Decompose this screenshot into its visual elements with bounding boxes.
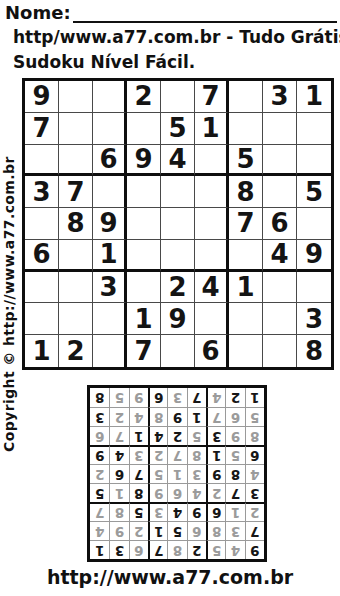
solution-cell-r1c6: 7 [148, 540, 167, 559]
solution-cell-r3c3: 6 [206, 502, 225, 521]
cell-r2c1[interactable]: 7 [25, 113, 59, 145]
cell-r4c5[interactable] [161, 176, 195, 208]
cell-r1c5[interactable] [161, 81, 195, 113]
cell-r9c2[interactable]: 2 [59, 335, 93, 367]
cell-r9c4[interactable]: 7 [127, 335, 161, 367]
solution-cell-r6c3: 1 [206, 445, 225, 464]
solution-cell-r8c3: 7 [206, 407, 225, 426]
solution-cell-r4c7: 8 [129, 483, 148, 502]
solution-cell-r8c1: 5 [245, 407, 264, 426]
solution-cell-r1c9: 1 [90, 540, 109, 559]
cell-r9c7[interactable] [229, 335, 263, 367]
solution-cell-r9c3: 4 [206, 388, 225, 407]
solution-cell-r6c9: 9 [90, 445, 109, 464]
solution-cell-r3c4: 9 [187, 502, 206, 521]
cell-r2c8[interactable] [263, 113, 297, 145]
cell-r3c8[interactable] [263, 145, 297, 177]
cell-r4c2[interactable]: 7 [59, 176, 93, 208]
cell-r7c7[interactable]: 1 [229, 272, 263, 304]
solution-cell-r1c1: 9 [245, 540, 264, 559]
solution-cell-r3c7: 5 [129, 502, 148, 521]
solution-cell-r9c1: 1 [245, 388, 264, 407]
solution-cell-r8c9: 3 [90, 407, 109, 426]
solution-cell-r6c5: 7 [167, 445, 186, 464]
solution-cell-r6c2: 5 [225, 445, 244, 464]
cell-r5c5[interactable] [161, 208, 195, 240]
solution-cell-r9c6: 6 [148, 388, 167, 407]
solution-cell-r5c6: 5 [148, 464, 167, 483]
cell-r1c9[interactable]: 1 [297, 81, 331, 113]
cell-r6c5[interactable] [161, 240, 195, 272]
solution-cell-r8c5: 9 [167, 407, 186, 426]
cell-r6c8[interactable]: 4 [263, 240, 297, 272]
solution-cell-r9c9: 8 [90, 388, 109, 407]
sudoku-print-page: Nome: http/www.a77.com.br - Tudo Grátis.… [0, 0, 340, 596]
solution-cell-r2c8: 9 [109, 521, 128, 540]
cell-r9c6[interactable]: 6 [195, 335, 229, 367]
name-row: Nome: [5, 2, 337, 23]
cell-r9c9[interactable]: 8 [297, 335, 331, 367]
solution-cell-r6c8: 4 [109, 445, 128, 464]
cell-r6c4[interactable] [127, 240, 161, 272]
cell-r4c4[interactable] [127, 176, 161, 208]
solution-cell-r7c3: 3 [206, 426, 225, 445]
cell-r9c8[interactable] [263, 335, 297, 367]
cell-r7c9[interactable] [297, 272, 331, 304]
cell-r8c4[interactable]: 1 [127, 303, 161, 335]
name-underline [73, 2, 337, 23]
solution-cell-r4c9: 5 [90, 483, 109, 502]
cell-r5c7[interactable]: 7 [229, 208, 263, 240]
cell-r6c6[interactable] [195, 240, 229, 272]
cell-r4c9[interactable]: 5 [297, 176, 331, 208]
cell-r6c7[interactable] [229, 240, 263, 272]
cell-r6c3[interactable]: 1 [93, 240, 127, 272]
cell-r3c1[interactable] [25, 145, 59, 177]
cell-r5c3[interactable]: 9 [93, 208, 127, 240]
solution-cell-r4c6: 9 [148, 483, 167, 502]
cell-r1c8[interactable]: 3 [263, 81, 297, 113]
solution-cell-r2c4: 6 [187, 521, 206, 540]
cell-r4c8[interactable] [263, 176, 297, 208]
cell-r5c4[interactable] [127, 208, 161, 240]
cell-r7c1[interactable] [25, 272, 59, 304]
solution-cell-r2c5: 5 [167, 521, 186, 540]
cell-r9c1[interactable]: 1 [25, 335, 59, 367]
cell-r8c9[interactable]: 3 [297, 303, 331, 335]
cell-r2c5[interactable]: 5 [161, 113, 195, 145]
solution-cell-r8c2: 6 [225, 407, 244, 426]
cell-r1c7[interactable] [229, 81, 263, 113]
solution-cell-r3c2: 1 [225, 502, 244, 521]
cell-r1c6[interactable]: 7 [195, 81, 229, 113]
solution-cell-r4c3: 2 [206, 483, 225, 502]
cell-r4c7[interactable]: 8 [229, 176, 263, 208]
solution-cell-r5c9: 2 [90, 464, 109, 483]
cell-r2c9[interactable] [297, 113, 331, 145]
solution-cell-r4c2: 7 [225, 483, 244, 502]
cell-r3c4[interactable]: 9 [127, 145, 161, 177]
solution-cell-r5c3: 9 [206, 464, 225, 483]
cell-r4c6[interactable] [195, 176, 229, 208]
solution-cell-r9c5: 3 [167, 388, 186, 407]
solution-cell-r7c9: 6 [90, 426, 109, 445]
cell-r1c1[interactable]: 9 [25, 81, 59, 113]
cell-r1c4[interactable]: 2 [127, 81, 161, 113]
solution-cell-r5c7: 7 [129, 464, 148, 483]
cell-r3c2[interactable] [59, 145, 93, 177]
cell-r4c3[interactable] [93, 176, 127, 208]
solution-cell-r9c4: 7 [187, 388, 206, 407]
solution-cell-r4c5: 6 [167, 483, 186, 502]
solution-cell-r3c8: 8 [109, 502, 128, 521]
solution-cell-r7c4: 5 [187, 426, 206, 445]
solution-cell-r1c7: 6 [129, 540, 148, 559]
cell-r3c9[interactable] [297, 145, 331, 177]
cell-r5c1[interactable] [25, 208, 59, 240]
cell-r8c5[interactable]: 9 [161, 303, 195, 335]
cell-r1c2[interactable] [59, 81, 93, 113]
solution-cell-r8c4: 1 [187, 407, 206, 426]
cell-r4c1[interactable]: 3 [25, 176, 59, 208]
solution-cell-r5c1: 4 [245, 464, 264, 483]
cell-r3c7[interactable]: 5 [229, 145, 263, 177]
sudoku-board[interactable]: 927317516945378589766149324119312768 [22, 78, 334, 370]
cell-r7c2[interactable] [59, 272, 93, 304]
footer-url: http://www.a77.com.br [0, 566, 340, 588]
solution-cell-r4c1: 3 [245, 483, 264, 502]
cell-r7c4[interactable] [127, 272, 161, 304]
cell-r7c5[interactable]: 2 [161, 272, 195, 304]
solution-cell-r9c8: 5 [109, 388, 128, 407]
solution-cell-r5c8: 6 [109, 464, 128, 483]
solution-cell-r5c5: 1 [167, 464, 186, 483]
cell-r6c2[interactable] [59, 240, 93, 272]
solution-cell-r2c3: 8 [206, 521, 225, 540]
cell-r8c1[interactable] [25, 303, 59, 335]
solution-cell-r4c4: 4 [187, 483, 206, 502]
cell-r3c6[interactable] [195, 145, 229, 177]
solution-cell-r5c2: 8 [225, 464, 244, 483]
solution-cell-r7c8: 7 [109, 426, 128, 445]
cell-r8c2[interactable] [59, 303, 93, 335]
copyright-vertical-text: Copyright © http://www.a77.com.br [1, 156, 17, 452]
solution-cell-r6c7: 3 [129, 445, 148, 464]
solution-cell-r6c4: 8 [187, 445, 206, 464]
cell-r5c8[interactable]: 6 [263, 208, 297, 240]
solution-cell-r7c1: 8 [245, 426, 264, 445]
cell-r7c8[interactable] [263, 272, 297, 304]
solution-cell-r8c6: 8 [148, 407, 167, 426]
cell-r8c8[interactable] [263, 303, 297, 335]
cell-r9c5[interactable] [161, 335, 195, 367]
solution-cell-r2c6: 1 [148, 521, 167, 540]
cell-r7c6[interactable]: 4 [195, 272, 229, 304]
cell-r6c1[interactable]: 6 [25, 240, 59, 272]
solution-cell-r5c4: 3 [187, 464, 206, 483]
cell-r9c3[interactable] [93, 335, 127, 367]
solution-cell-r8c8: 2 [109, 407, 128, 426]
cell-r8c3[interactable] [93, 303, 127, 335]
solution-cell-r7c5: 2 [167, 426, 186, 445]
solution-cell-r2c1: 7 [245, 521, 264, 540]
solution-cell-r2c7: 2 [129, 521, 148, 540]
cell-r3c3[interactable]: 6 [93, 145, 127, 177]
cell-r8c6[interactable] [195, 303, 229, 335]
solution-cell-r6c1: 6 [245, 445, 264, 464]
solution-cell-r1c5: 8 [167, 540, 186, 559]
site-url-heading: http/www.a77.com.br - Tudo Grátis. [13, 27, 340, 47]
cell-r5c9[interactable] [297, 208, 331, 240]
solution-cell-r7c7: 1 [129, 426, 148, 445]
cell-r1c3[interactable] [93, 81, 127, 113]
solution-cell-r2c2: 3 [225, 521, 244, 540]
cell-r8c7[interactable] [229, 303, 263, 335]
cell-r2c3[interactable] [93, 113, 127, 145]
solution-cell-r7c2: 9 [225, 426, 244, 445]
cell-r7c3[interactable]: 3 [93, 272, 127, 304]
solution-cell-r1c4: 2 [187, 540, 206, 559]
solution-cell-r1c2: 4 [225, 540, 244, 559]
solution-cell-r9c7: 9 [129, 388, 148, 407]
difficulty-heading: Sudoku Nível Fácil. [13, 52, 195, 72]
cell-r2c7[interactable] [229, 113, 263, 145]
solution-board-rotated: 9452876317386512942169435873724698154893… [87, 385, 267, 562]
solution-cell-r3c5: 4 [167, 502, 186, 521]
cell-r5c6[interactable] [195, 208, 229, 240]
solution-cell-r6c6: 2 [148, 445, 167, 464]
cell-r3c5[interactable]: 4 [161, 145, 195, 177]
solution-cell-r3c6: 3 [148, 502, 167, 521]
cell-r2c2[interactable] [59, 113, 93, 145]
cell-r5c2[interactable]: 8 [59, 208, 93, 240]
solution-cell-r8c7: 4 [129, 407, 148, 426]
solution-cell-r2c9: 4 [90, 521, 109, 540]
solution-cell-r1c3: 5 [206, 540, 225, 559]
solution-cell-r7c6: 4 [148, 426, 167, 445]
solution-cell-r3c9: 7 [90, 502, 109, 521]
cell-r6c9[interactable]: 9 [297, 240, 331, 272]
name-label: Nome: [5, 3, 71, 23]
solution-cell-r3c1: 2 [245, 502, 264, 521]
solution-cell-r9c2: 2 [225, 388, 244, 407]
cell-r2c6[interactable]: 1 [195, 113, 229, 145]
solution-cell-r4c8: 1 [109, 483, 128, 502]
solution-cell-r1c8: 3 [109, 540, 128, 559]
cell-r2c4[interactable] [127, 113, 161, 145]
